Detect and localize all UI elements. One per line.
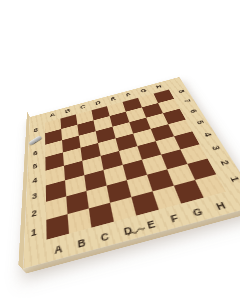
piece-glyph: ♜ bbox=[192, 148, 231, 191]
chess-set-photo[interactable]: ABCDEFGH ABCDEFGH 87654321 87654321 ♜♞♝♛… bbox=[0, 0, 240, 303]
chess-board: ABCDEFGH ABCDEFGH 87654321 87654321 ♜♞♝♛… bbox=[23, 77, 240, 269]
perspective-scene: ABCDEFGH ABCDEFGH 87654321 87654321 ♜♞♝♛… bbox=[3, 35, 236, 268]
rank-label: 6 bbox=[182, 105, 204, 117]
board-3d-stage: ABCDEFGH ABCDEFGH 87654321 87654321 ♜♞♝♛… bbox=[3, 35, 236, 268]
rank-label: 5 bbox=[188, 116, 211, 129]
piece-black-rook: ♜ bbox=[195, 174, 226, 198]
